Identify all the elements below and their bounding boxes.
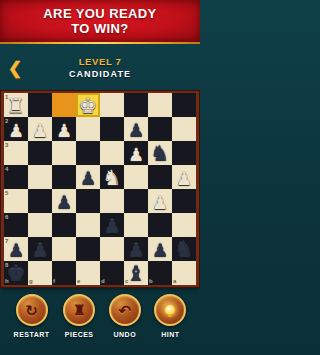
piece-bK-h8: ♚ [4, 262, 28, 286]
restart-icon: ↻ [16, 294, 48, 326]
square-f3[interactable] [52, 141, 76, 165]
toolbar: ↻RESTART♜PIECES↶UNDOHINT [0, 287, 200, 355]
piece-bB-c8: ♝ [124, 262, 148, 286]
square-c6[interactable] [124, 213, 148, 237]
rook-icon: ♜ [63, 294, 95, 326]
square-a2[interactable] [172, 117, 196, 141]
toolbar-button-label: RESTART [14, 331, 50, 338]
rank-label: 2 [5, 118, 8, 124]
square-h2[interactable]: 2♟ [4, 117, 28, 141]
square-g4[interactable] [28, 165, 52, 189]
rook-icon-glyph: ♜ [73, 303, 86, 318]
file-label: b [149, 278, 153, 284]
square-e3[interactable] [76, 141, 100, 165]
piece-wN-d4: ♞ [100, 166, 124, 190]
pieces-button[interactable]: ♜PIECES [63, 294, 95, 338]
piece-bP-c7: ♟ [124, 240, 148, 262]
square-e1[interactable]: ♚ [76, 93, 100, 117]
piece-bP-g7: ♟ [28, 240, 52, 262]
piece-wP-b5: ♟ [148, 192, 172, 214]
level-subtitle: CANDIDATE [69, 69, 131, 79]
piece-wP-c3: ♟ [124, 144, 148, 166]
piece-wP-a4: ♟ [172, 168, 196, 190]
square-f8[interactable]: f [52, 261, 76, 285]
square-h8[interactable]: 8h♚ [4, 261, 28, 285]
undo-arrow-icon: ↶ [109, 294, 141, 326]
square-b3[interactable]: ♞ [148, 141, 172, 165]
piece-bP-h7: ♟ [4, 240, 28, 262]
square-e6[interactable] [76, 213, 100, 237]
square-c4[interactable] [124, 165, 148, 189]
square-g1[interactable] [28, 93, 52, 117]
square-b2[interactable] [148, 117, 172, 141]
restart-icon-glyph: ↻ [25, 303, 38, 318]
square-d6[interactable]: ♟ [100, 213, 124, 237]
square-c2[interactable]: ♟ [124, 117, 148, 141]
square-b5[interactable]: ♟ [148, 189, 172, 213]
square-b8[interactable]: b [148, 261, 172, 285]
piece-wK-e1: ♚ [76, 94, 100, 118]
square-b1[interactable] [148, 93, 172, 117]
rank-label: 1 [5, 94, 8, 100]
rank-label: 7 [5, 238, 8, 244]
toolbar-button-label: UNDO [113, 331, 136, 338]
square-a7[interactable]: ♞ [172, 237, 196, 261]
square-c8[interactable]: c♝ [124, 261, 148, 285]
square-h5[interactable]: 5 [4, 189, 28, 213]
square-g7[interactable]: ♟ [28, 237, 52, 261]
square-d3[interactable] [100, 141, 124, 165]
rank-label: 6 [5, 214, 8, 220]
piece-bN-a7: ♞ [172, 238, 196, 262]
square-f4[interactable] [52, 165, 76, 189]
square-f7[interactable] [52, 237, 76, 261]
lightbulb-glyph [165, 305, 175, 315]
rank-label: 4 [5, 166, 8, 172]
restart-button[interactable]: ↻RESTART [14, 294, 50, 338]
square-c1[interactable] [124, 93, 148, 117]
square-g5[interactable] [28, 189, 52, 213]
chess-board-frame: 1♜♚2♟♟♟♟3♟♞4♟♞♟5♟♟6♟7♟♟♟♟♞8h♚gfedc♝ba [1, 91, 199, 287]
undo-button[interactable]: ↶UNDO [109, 294, 141, 338]
square-a5[interactable] [172, 189, 196, 213]
piece-wP-h2: ♟ [4, 120, 28, 142]
ad-banner[interactable]: ARE YOU READY TO WIN? [0, 0, 200, 42]
square-e7[interactable] [76, 237, 100, 261]
square-f6[interactable] [52, 213, 76, 237]
file-label: h [5, 278, 9, 284]
file-label: c [125, 278, 128, 284]
square-a4[interactable]: ♟ [172, 165, 196, 189]
square-a8[interactable]: a [172, 261, 196, 285]
square-g8[interactable]: g [28, 261, 52, 285]
toolbar-button-label: PIECES [65, 331, 94, 338]
square-f2[interactable]: ♟ [52, 117, 76, 141]
square-b6[interactable] [148, 213, 172, 237]
square-f1[interactable] [52, 93, 76, 117]
piece-bP-f5: ♟ [52, 192, 76, 214]
piece-bP-e4: ♟ [76, 168, 100, 190]
square-g3[interactable] [28, 141, 52, 165]
square-e5[interactable] [76, 189, 100, 213]
square-d1[interactable] [100, 93, 124, 117]
square-e4[interactable]: ♟ [76, 165, 100, 189]
piece-bN-b3: ♞ [148, 142, 172, 166]
lightbulb-icon [154, 294, 186, 326]
level-label: LEVEL 7 [79, 56, 122, 67]
square-d8[interactable]: d [100, 261, 124, 285]
square-h7[interactable]: 7♟ [4, 237, 28, 261]
square-f5[interactable]: ♟ [52, 189, 76, 213]
rank-label: 3 [5, 142, 8, 148]
banner-line1: ARE YOU READY [43, 6, 156, 21]
square-d7[interactable] [100, 237, 124, 261]
square-d5[interactable] [100, 189, 124, 213]
square-g2[interactable]: ♟ [28, 117, 52, 141]
piece-wR-h1: ♜ [4, 94, 28, 118]
square-a3[interactable] [172, 141, 196, 165]
rank-label: 8 [5, 262, 8, 268]
square-d2[interactable] [100, 117, 124, 141]
undo-arrow-icon-glyph: ↶ [118, 303, 131, 318]
piece-wP-g2: ♟ [28, 120, 52, 142]
file-label: g [29, 278, 33, 284]
square-e2[interactable] [76, 117, 100, 141]
file-label: f [53, 278, 55, 284]
square-b4[interactable] [148, 165, 172, 189]
toolbar-button-label: HINT [161, 331, 179, 338]
banner-line2: TO WIN? [71, 21, 128, 36]
square-h4[interactable]: 4 [4, 165, 28, 189]
chess-board: 1♜♚2♟♟♟♟3♟♞4♟♞♟5♟♟6♟7♟♟♟♟♞8h♚gfedc♝ba [4, 93, 196, 285]
square-c7[interactable]: ♟ [124, 237, 148, 261]
square-g6[interactable] [28, 213, 52, 237]
piece-bP-c2: ♟ [124, 120, 148, 142]
file-label: d [101, 278, 105, 284]
level-header: ❮ LEVEL 7 CANDIDATE [0, 44, 200, 91]
rank-label: 5 [5, 190, 8, 196]
square-a1[interactable] [172, 93, 196, 117]
file-label: a [173, 278, 176, 284]
piece-wP-f2: ♟ [52, 120, 76, 142]
square-b7[interactable]: ♟ [148, 237, 172, 261]
square-a6[interactable] [172, 213, 196, 237]
back-chevron-icon[interactable]: ❮ [8, 59, 22, 76]
square-h6[interactable]: 6 [4, 213, 28, 237]
square-e8[interactable]: e [76, 261, 100, 285]
piece-bP-d6: ♟ [100, 216, 124, 238]
file-label: e [77, 278, 80, 284]
square-d4[interactable]: ♞ [100, 165, 124, 189]
square-h1[interactable]: 1♜ [4, 93, 28, 117]
piece-bP-b7: ♟ [148, 240, 172, 262]
square-h3[interactable]: 3 [4, 141, 28, 165]
square-c3[interactable]: ♟ [124, 141, 148, 165]
hint-button[interactable]: HINT [154, 294, 186, 338]
square-c5[interactable] [124, 189, 148, 213]
